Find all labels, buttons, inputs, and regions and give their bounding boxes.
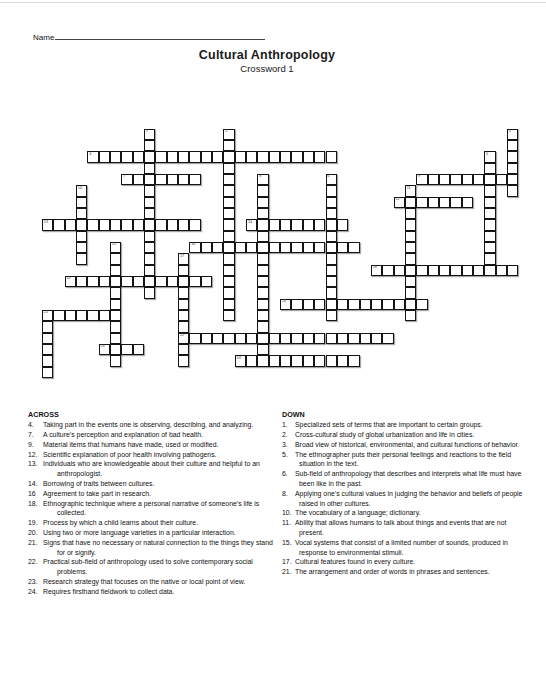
grid-cell[interactable] [303,242,314,253]
grid-cell[interactable] [223,208,234,219]
grid-cell[interactable] [144,163,155,174]
grid-cell[interactable] [314,355,325,366]
grid-cell[interactable] [121,276,132,287]
grid-cell[interactable] [201,242,212,253]
grid-cell[interactable]: 24 [235,355,246,366]
clue-item: 20.Using two or more language varieties … [28,528,282,538]
grid-cell[interactable] [484,265,495,276]
clue-number: 6 [327,174,329,179]
clue-item-number: 2. [282,430,295,440]
clue-number: 21 [44,310,48,315]
grid-cell[interactable]: 5 [484,151,495,162]
grid-cell[interactable]: 3 [507,129,518,140]
grid-cell[interactable] [326,242,337,253]
grid-cell[interactable] [439,174,450,185]
grid-cell[interactable] [484,219,495,230]
grid-cell[interactable]: 21 [42,310,53,321]
grid-cell[interactable] [416,197,427,208]
grid-cell[interactable] [360,299,371,310]
grid-cell[interactable] [155,219,166,230]
grid-cell[interactable] [65,219,76,230]
grid-cell[interactable] [76,208,87,219]
grid-cell[interactable] [280,151,291,162]
grid-cell[interactable]: 2 [223,129,234,140]
grid-cell[interactable] [462,174,473,185]
grid-cell[interactable]: 1 [144,129,155,140]
grid-cell[interactable] [291,151,302,162]
grid-cell[interactable] [144,253,155,264]
grid-cell[interactable] [280,333,291,344]
grid-cell[interactable] [42,321,53,332]
grid-cell[interactable] [235,151,246,162]
grid-cell[interactable] [212,242,223,253]
grid-cell[interactable] [473,265,484,276]
grid-cell[interactable] [99,276,110,287]
grid-cell[interactable] [110,333,121,344]
grid-cell[interactable] [167,276,178,287]
grid-cell[interactable] [235,333,246,344]
clue-item: 19.Process by which a child learns about… [28,518,282,528]
grid-cell[interactable] [326,185,337,196]
grid-cell[interactable] [405,310,416,321]
grid-cell[interactable] [99,151,110,162]
grid-cell[interactable] [257,344,268,355]
grid-cell[interactable] [144,208,155,219]
grid-cell[interactable] [65,310,76,321]
grid-cell[interactable] [439,197,450,208]
grid-cell[interactable] [484,231,495,242]
grid-cell[interactable] [178,265,189,276]
grid-cell[interactable] [337,333,348,344]
grid-cell[interactable] [223,185,234,196]
clue-item: 15.Vocal systems that consist of a limit… [282,538,524,558]
grid-cell[interactable] [303,333,314,344]
grid-cell[interactable] [496,174,507,185]
clue-item-number: 6. [282,469,295,479]
grid-cell[interactable] [76,310,87,321]
grid-cell[interactable] [291,333,302,344]
grid-cell[interactable] [257,231,268,242]
grid-cell[interactable] [269,355,280,366]
grid-cell[interactable] [87,276,98,287]
grid-cell[interactable] [223,299,234,310]
grid-cell[interactable] [178,151,189,162]
grid-cell[interactable] [167,174,178,185]
grid-cell[interactable]: 10 [76,185,87,196]
grid-cell[interactable] [337,299,348,310]
grid-cell[interactable] [178,287,189,298]
grid-cell[interactable] [484,242,495,253]
grid-cell[interactable] [257,253,268,264]
grid-cell[interactable] [382,333,393,344]
clue-number: 16 [191,242,195,247]
grid-cell[interactable] [428,265,439,276]
grid-cell[interactable] [87,310,98,321]
grid-cell[interactable] [303,299,314,310]
grid-cell[interactable] [484,174,495,185]
clue-item-number: 5. [282,450,295,460]
grid-cell[interactable] [223,174,234,185]
grid-cell[interactable] [223,151,234,162]
grid-cell[interactable] [167,151,178,162]
grid-cell[interactable] [246,355,257,366]
grid-cell[interactable] [484,253,495,264]
clue-number: 15 [112,242,116,247]
grid-cell[interactable] [280,355,291,366]
grid-cell[interactable] [110,355,121,366]
grid-cell[interactable]: 16 [189,242,200,253]
grid-cell[interactable] [484,208,495,219]
grid-cell[interactable] [178,219,189,230]
grid-cell[interactable] [507,185,518,196]
grid-cell[interactable] [416,299,427,310]
clue-item-number: 15. [282,538,295,548]
grid-cell[interactable] [144,242,155,253]
grid-cell[interactable] [42,333,53,344]
grid-cell[interactable] [223,265,234,276]
clue-number: 1 [146,129,148,134]
grid-cell[interactable] [371,333,382,344]
grid-cell[interactable] [405,299,416,310]
grid-cell[interactable] [371,299,382,310]
grid-cell[interactable] [439,265,450,276]
grid-cell[interactable] [507,174,518,185]
grid-cell[interactable] [337,219,348,230]
grid-cell[interactable] [121,151,132,162]
grid-cell[interactable] [76,219,87,230]
grid-cell[interactable] [189,276,200,287]
grid-cell[interactable] [144,151,155,162]
grid-cell[interactable] [178,174,189,185]
clue-item: 17.Cultural features found in every cult… [282,557,524,567]
grid-cell[interactable]: 19 [65,276,76,287]
grid-cell[interactable] [496,265,507,276]
grid-cell[interactable] [314,151,325,162]
grid-cell[interactable] [76,197,87,208]
grid-cell[interactable] [201,151,212,162]
grid-cell[interactable] [257,287,268,298]
grid-cell[interactable] [257,151,268,162]
grid-cell[interactable] [428,174,439,185]
grid-cell[interactable] [223,287,234,298]
grid-cell[interactable] [303,355,314,366]
grid-cell[interactable] [348,299,359,310]
clue-number: 2 [225,129,227,134]
grid-cell[interactable] [257,219,268,230]
grid-cell[interactable] [405,265,416,276]
grid-cell[interactable] [507,151,518,162]
grid-cell[interactable] [110,299,121,310]
grid-cell[interactable] [405,276,416,287]
grid-cell[interactable] [155,151,166,162]
grid-cell[interactable] [337,355,348,366]
clue-item: 21.The arrangement and order of words in… [282,567,524,577]
grid-cell[interactable] [110,253,121,264]
grid-cell[interactable] [155,174,166,185]
grid-cell[interactable] [76,276,87,287]
grid-cell[interactable] [223,276,234,287]
clue-number: 7 [123,174,125,179]
grid-cell[interactable] [42,355,53,366]
grid-cell[interactable] [326,265,337,276]
grid-cell[interactable] [405,208,416,219]
grid-cell[interactable]: 8 [257,174,268,185]
grid-cell[interactable] [484,197,495,208]
clue-item-number: 10. [282,508,295,518]
grid-cell[interactable] [223,242,234,253]
grid-cell[interactable]: 9 [416,174,427,185]
grid-cell[interactable] [462,197,473,208]
clue-item-number: 22. [28,557,43,567]
grid-cell[interactable] [144,197,155,208]
grid-cell[interactable] [473,174,484,185]
grid-cell[interactable] [223,163,234,174]
grid-cell[interactable] [223,231,234,242]
grid-cell[interactable] [314,219,325,230]
grid-cell[interactable] [326,333,337,344]
clue-number: 8 [259,174,261,179]
grid-cell[interactable] [76,242,87,253]
grid-cell[interactable] [189,174,200,185]
clue-item: 9.Material items that humans have made, … [28,440,282,450]
grid-cell[interactable] [257,242,268,253]
clue-number: 12 [395,197,399,202]
grid-cell[interactable] [326,231,337,242]
grid-cell[interactable] [110,219,121,230]
grid-cell[interactable]: 22 [178,333,189,344]
grid-cell[interactable]: 18 [371,265,382,276]
grid-cell[interactable] [167,219,178,230]
grid-cell[interactable]: 13 [42,219,53,230]
grid-cell[interactable] [257,321,268,332]
grid-cell[interactable] [133,344,144,355]
grid-cell[interactable] [416,265,427,276]
clue-item-number: 21. [28,538,43,548]
clue-item-number: 13. [28,459,43,469]
grid-cell[interactable] [178,321,189,332]
grid-cell[interactable] [269,242,280,253]
grid-cell[interactable] [110,310,121,321]
grid-cell[interactable] [178,310,189,321]
grid-cell[interactable] [291,299,302,310]
grid-cell[interactable] [291,355,302,366]
grid-cell[interactable] [99,310,110,321]
grid-cell[interactable] [326,219,337,230]
grid-cell[interactable] [223,197,234,208]
grid-cell[interactable] [326,276,337,287]
grid-cell[interactable] [382,299,393,310]
grid-cell[interactable] [394,299,405,310]
grid-cell[interactable] [257,197,268,208]
grid-cell[interactable] [121,219,132,230]
grid-cell[interactable] [223,253,234,264]
grid-cell[interactable] [394,265,405,276]
grid-cell[interactable] [405,287,416,298]
grid-cell[interactable] [326,208,337,219]
grid-cell[interactable] [42,344,53,355]
grid-cell[interactable] [291,242,302,253]
clue-item-number: 9. [28,440,43,450]
grid-cell[interactable] [269,219,280,230]
grid-cell[interactable] [110,265,121,276]
grid-cell[interactable]: 4 [87,151,98,162]
grid-cell[interactable]: 6 [326,174,337,185]
grid-cell[interactable] [201,276,212,287]
grid-cell[interactable] [360,333,371,344]
grid-cell[interactable] [144,185,155,196]
grid-cell[interactable] [507,265,518,276]
clue-item: 18.Ethnographic technique where a person… [28,499,282,519]
grid-cell[interactable] [382,265,393,276]
grid-cell[interactable] [178,299,189,310]
grid-cell[interactable] [178,344,189,355]
grid-cell[interactable] [257,355,268,366]
grid-cell[interactable] [121,344,132,355]
grid-cell[interactable] [246,242,257,253]
grid-cell[interactable] [303,219,314,230]
grid-cell[interactable] [405,253,416,264]
grid-cell[interactable] [450,174,461,185]
grid-cell[interactable] [280,219,291,230]
grid-cell[interactable] [110,276,121,287]
grid-cell[interactable] [189,333,200,344]
grid-cell[interactable] [223,333,234,344]
grid-cell[interactable] [450,197,461,208]
clue-number: 14 [248,220,252,225]
grid-cell[interactable] [314,299,325,310]
grid-cell[interactable] [144,219,155,230]
clue-item-number: 8. [282,489,295,499]
grid-cell[interactable] [189,219,200,230]
grid-cell[interactable] [110,151,121,162]
grid-cell[interactable] [462,265,473,276]
grid-cell[interactable]: 20 [280,299,291,310]
grid-cell[interactable] [314,333,325,344]
grid-cell[interactable] [133,151,144,162]
grid-cell[interactable] [450,265,461,276]
grid-cell[interactable] [133,219,144,230]
grid-cell[interactable] [257,333,268,344]
grid-cell[interactable] [269,333,280,344]
grid-cell[interactable] [212,151,223,162]
grid-cell[interactable] [223,310,234,321]
grid-cell[interactable] [257,310,268,321]
grid-cell[interactable] [484,185,495,196]
grid-cell[interactable] [337,242,348,253]
grid-cell[interactable] [178,276,189,287]
grid-cell[interactable] [76,253,87,264]
grid-cell[interactable] [201,333,212,344]
grid-cell[interactable]: 23 [99,344,110,355]
grid-cell[interactable] [405,219,416,230]
grid-cell[interactable] [178,355,189,366]
grid-cell[interactable] [326,310,337,321]
grid-cell[interactable] [257,185,268,196]
clue-item-number: 7. [28,430,43,440]
grid-cell[interactable] [189,151,200,162]
grid-cell[interactable] [53,310,64,321]
grid-cell[interactable] [87,219,98,230]
grid-cell[interactable] [405,242,416,253]
grid-cell[interactable] [110,287,121,298]
clue-item: 21.Signs that have no necessary or natur… [28,538,282,558]
grid-cell[interactable] [99,219,110,230]
grid-cell[interactable] [133,174,144,185]
grid-cell[interactable] [144,276,155,287]
clue-item: 14.Borrowing of traits between cultures. [28,479,282,489]
grid-cell[interactable] [405,197,416,208]
clue-number: 13 [44,220,48,225]
grid-cell[interactable] [484,163,495,174]
grid-cell[interactable] [326,151,337,162]
grid-cell[interactable] [428,197,439,208]
grid-cell[interactable] [246,151,257,162]
grid-cell[interactable] [257,276,268,287]
grid-cell[interactable] [326,197,337,208]
grid-cell[interactable] [257,265,268,276]
grid-cell[interactable] [235,242,246,253]
grid-cell[interactable] [155,276,166,287]
grid-cell[interactable] [110,344,121,355]
grid-cell[interactable] [144,265,155,276]
grid-cell[interactable] [42,367,53,378]
grid-cell[interactable] [507,163,518,174]
grid-cell[interactable] [269,151,280,162]
clue-number: 17 [180,254,184,259]
grid-cell[interactable] [326,355,337,366]
clue-item: 6.Sub-field of anthropology that describ… [282,469,524,489]
grid-cell[interactable] [348,355,359,366]
grid-cell[interactable] [314,242,325,253]
grid-cell[interactable] [326,299,337,310]
grid-cell[interactable] [110,321,121,332]
clue-item-number: 16 [28,489,43,499]
grid-cell[interactable] [326,253,337,264]
grid-cell[interactable]: 12 [394,197,405,208]
grid-cell[interactable] [291,219,302,230]
clue-item: 11.Ability that allows humans to talk ab… [282,518,524,538]
grid-cell[interactable] [303,151,314,162]
grid-cell[interactable]: 11 [405,185,416,196]
clue-number: 18 [373,265,377,270]
grid-cell[interactable]: 14 [246,219,257,230]
grid-cell[interactable] [133,276,144,287]
grid-cell[interactable] [144,174,155,185]
grid-cell[interactable] [326,287,337,298]
grid-cell[interactable] [246,333,257,344]
grid-cell[interactable] [280,242,291,253]
grid-cell[interactable] [144,287,155,298]
grid-cell[interactable] [257,299,268,310]
grid-cell[interactable]: 15 [110,242,121,253]
grid-cell[interactable] [76,231,87,242]
grid-cell[interactable] [223,140,234,151]
grid-cell[interactable] [405,231,416,242]
clue-number: 9 [418,174,420,179]
grid-cell[interactable] [53,219,64,230]
grid-cell[interactable] [223,219,234,230]
grid-cell[interactable] [507,140,518,151]
grid-cell[interactable] [348,333,359,344]
grid-cell[interactable] [348,242,359,253]
grid-cell[interactable] [144,140,155,151]
grid-cell[interactable]: 7 [121,174,132,185]
grid-cell[interactable] [144,231,155,242]
grid-cell[interactable] [257,208,268,219]
grid-cell[interactable]: 17 [178,253,189,264]
grid-cell[interactable] [212,333,223,344]
clue-item-number: 24. [28,587,43,597]
